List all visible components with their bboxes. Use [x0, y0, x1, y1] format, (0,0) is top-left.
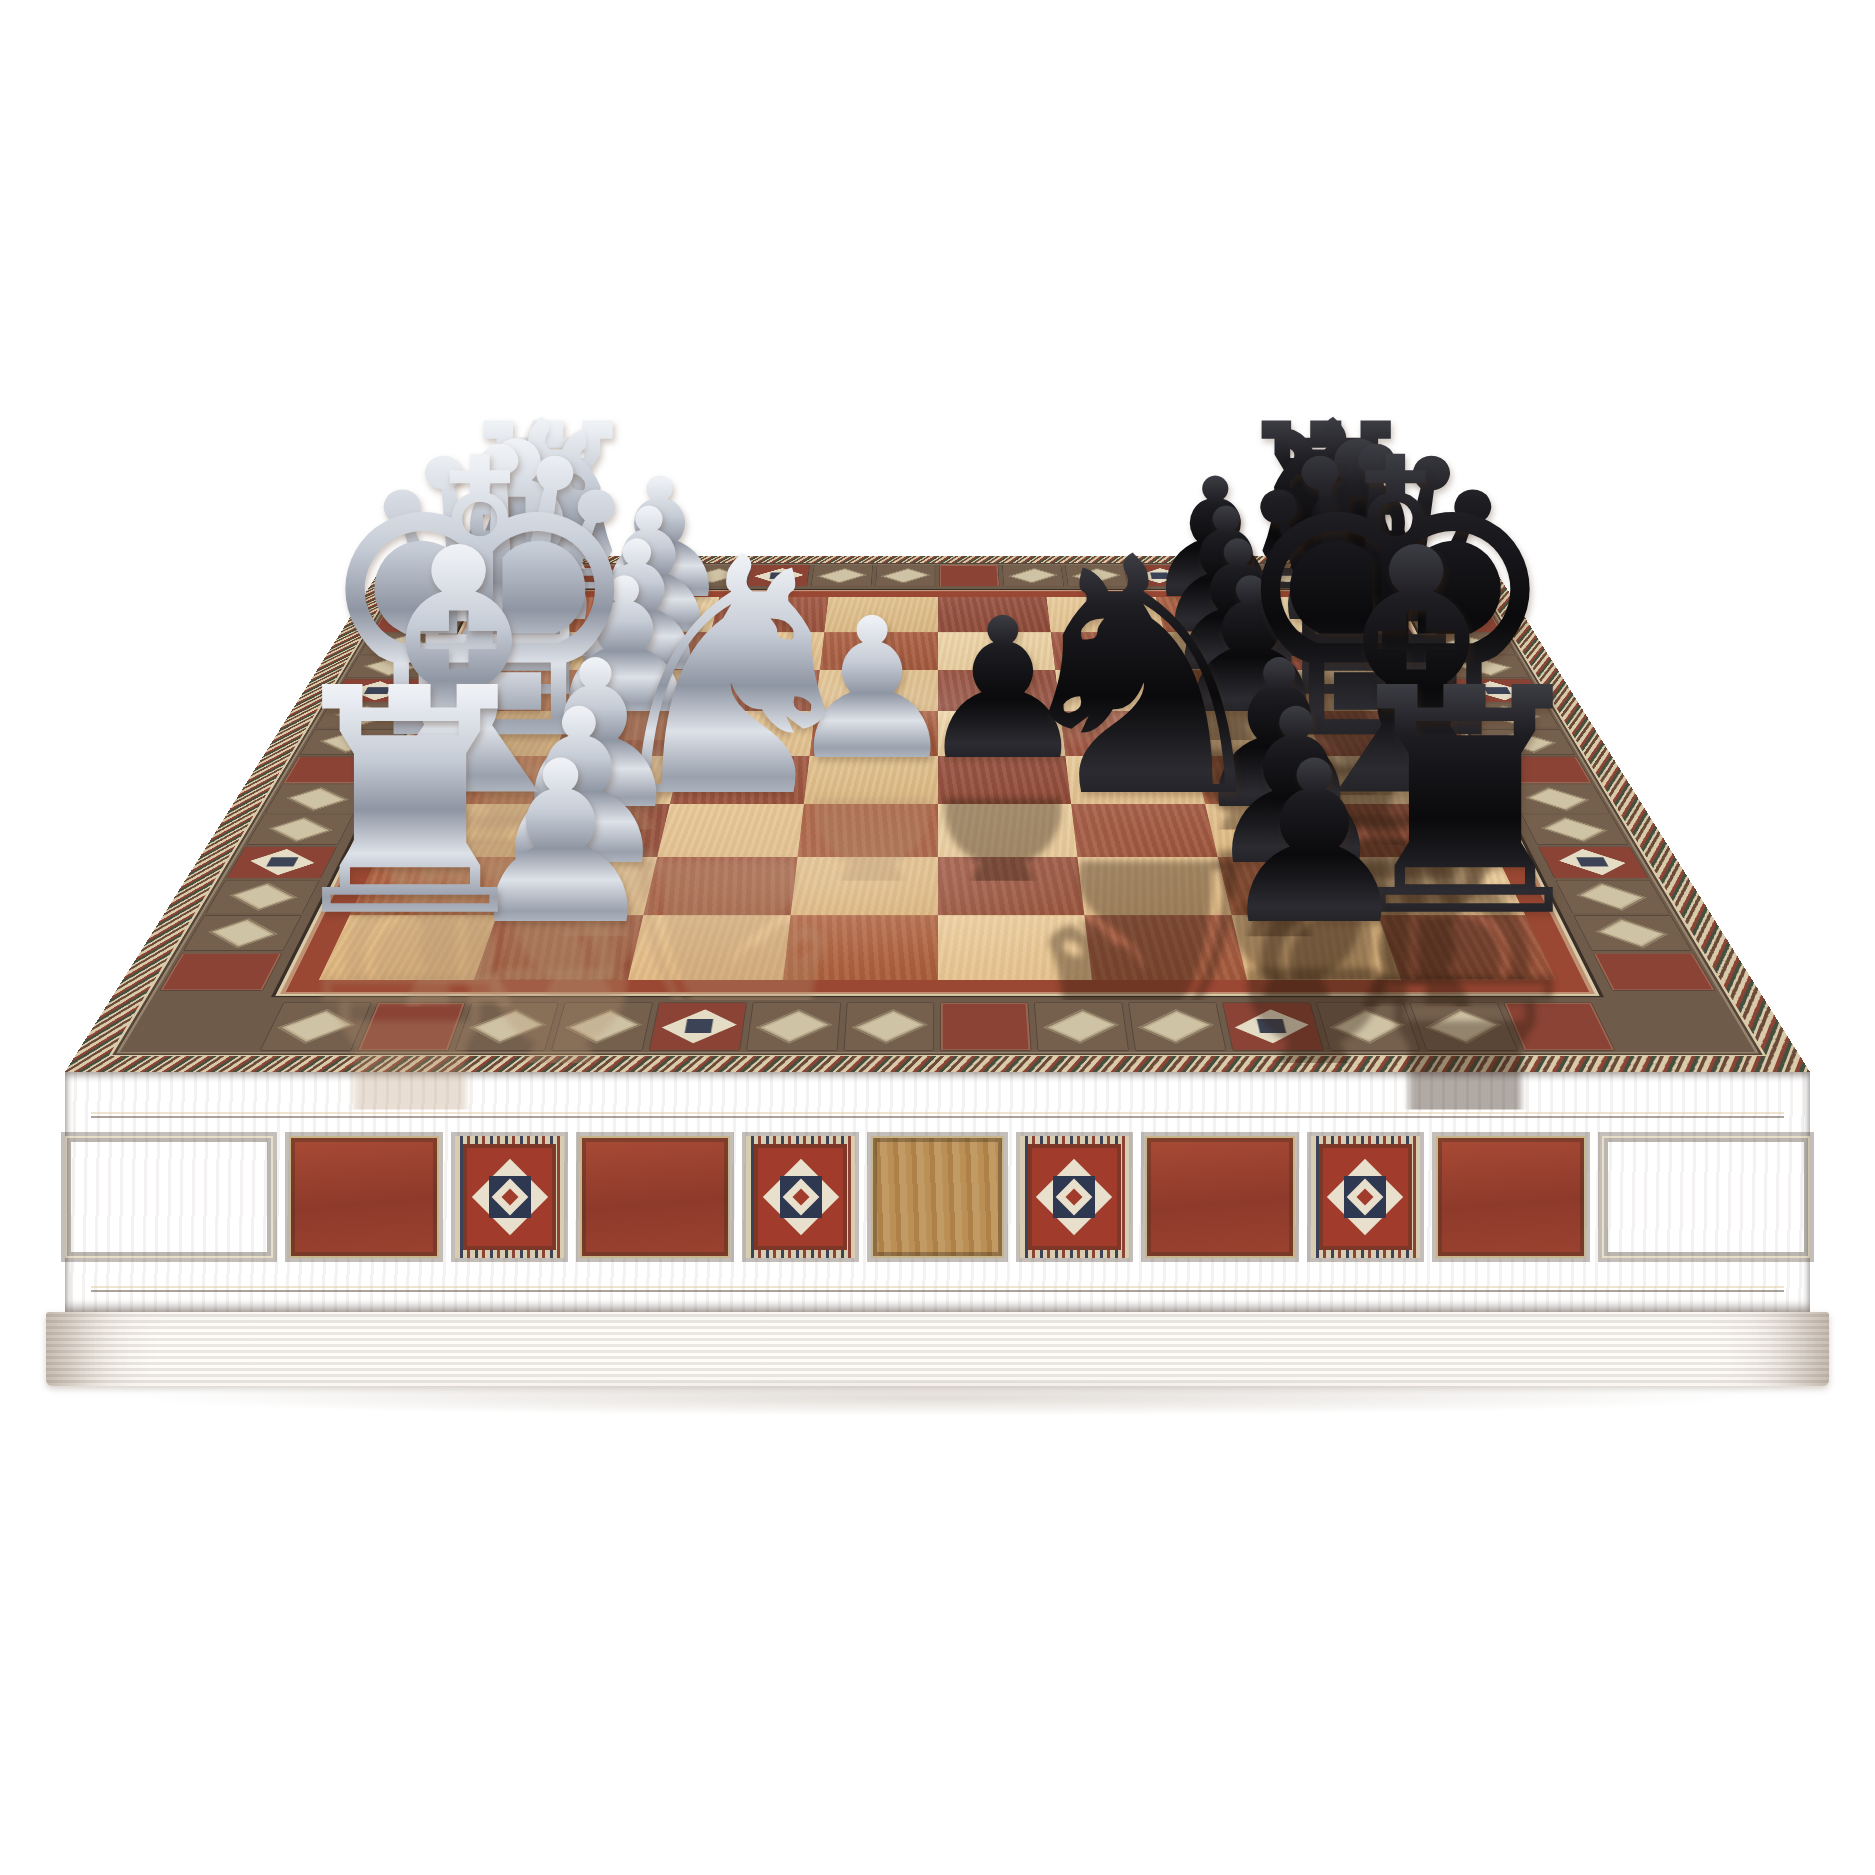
border-motif-lozenge-icon	[843, 1002, 934, 1050]
border-motif-lozenge-icon	[1034, 1002, 1129, 1050]
piece-white-rook-h1[interactable]: ♜♜	[270, 647, 550, 959]
border-motif-lozenge-icon	[1128, 1002, 1226, 1050]
face-panel-red	[289, 1136, 439, 1258]
border-motif-lozenge-icon	[260, 1002, 372, 1050]
face-panel-red	[1436, 1136, 1586, 1258]
border-motif-red-icon	[1593, 953, 1716, 991]
face-inlay-line	[91, 1112, 1784, 1114]
border-motif-red-icon	[159, 953, 282, 991]
border-motif-red-icon	[940, 1002, 1031, 1050]
border-motif-lozenge-icon	[551, 1002, 653, 1050]
face-panel-star	[1311, 1136, 1420, 1258]
face-inlay-line	[91, 1286, 1784, 1288]
face-panel-row	[65, 1136, 1810, 1258]
face-panel-star	[1020, 1136, 1129, 1258]
border-motif-lozenge-icon	[1316, 1002, 1421, 1050]
face-panel-star	[455, 1136, 564, 1258]
border-motif-red-icon	[357, 1002, 466, 1050]
border-motif-star-icon	[1222, 1002, 1324, 1050]
face-panel-star	[746, 1136, 855, 1258]
square-h4[interactable]	[783, 915, 938, 979]
face-panel-oak	[871, 1136, 1003, 1258]
border-motif-lozenge-icon	[454, 1002, 559, 1050]
border-motif-lozenge-icon	[1410, 1002, 1519, 1050]
mosaic-border-front-strip	[260, 1002, 1616, 1050]
face-panel-plain	[1602, 1136, 1810, 1258]
face-panel-red	[580, 1136, 730, 1258]
box-plinth-base	[46, 1312, 1829, 1386]
box-front-face	[65, 1072, 1810, 1312]
piece-black-pawn-h7[interactable]: ♟♟	[1214, 732, 1415, 956]
face-panel-plain	[65, 1136, 273, 1258]
border-motif-star-icon	[649, 1002, 747, 1050]
border-motif-lozenge-icon	[746, 1002, 841, 1050]
face-panel-red	[1145, 1136, 1295, 1258]
border-motif-red-icon	[1503, 1002, 1615, 1050]
square-h5[interactable]	[938, 915, 1093, 979]
